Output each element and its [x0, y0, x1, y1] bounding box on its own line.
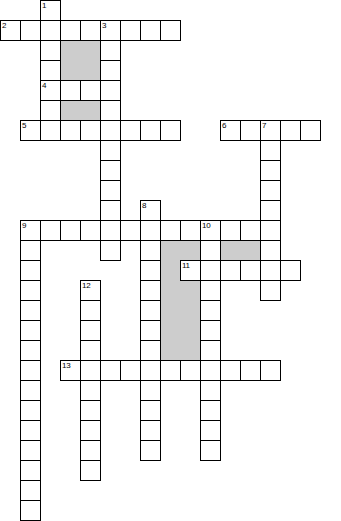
cell-r18-c13[interactable]	[260, 360, 281, 381]
cell-r4-c4[interactable]	[80, 80, 101, 101]
cell-r4-c2[interactable]: 4	[40, 80, 61, 101]
cell-r11-c8[interactable]	[160, 220, 181, 241]
cell-r1-c2[interactable]	[40, 20, 61, 41]
cell-r6-c7[interactable]	[140, 120, 161, 141]
cell-r21-c4[interactable]	[80, 420, 101, 441]
blocked-cell-r5-c3	[60, 100, 81, 121]
cell-r16-c1[interactable]	[20, 320, 41, 341]
cell-r9-c5[interactable]	[100, 180, 121, 201]
cell-r1-c5[interactable]: 3	[100, 20, 121, 41]
cell-r14-c10[interactable]	[200, 280, 221, 301]
cell-r13-c7[interactable]	[140, 260, 161, 281]
blocked-cell-r3-c3	[60, 60, 81, 81]
cell-r6-c3[interactable]	[60, 120, 81, 141]
cell-r6-c11[interactable]: 6	[220, 120, 241, 141]
cell-r1-c3[interactable]	[60, 20, 81, 41]
cell-r22-c4[interactable]	[80, 440, 101, 461]
cell-r6-c14[interactable]	[280, 120, 301, 141]
cell-r18-c3[interactable]: 13	[60, 360, 81, 381]
cell-r1-c1[interactable]	[20, 20, 41, 41]
blocked-cell-r15-c9	[180, 300, 201, 321]
cell-r15-c10[interactable]	[200, 300, 221, 321]
clue-number-12: 12	[82, 281, 90, 290]
blocked-cell-r5-c4	[80, 100, 101, 121]
blocked-cell-r14-c8	[160, 280, 181, 301]
blocked-cell-r14-c9	[180, 280, 201, 301]
cell-r14-c13[interactable]	[260, 280, 281, 301]
blocked-cell-r15-c8	[160, 300, 181, 321]
cell-r12-c7[interactable]	[140, 240, 161, 261]
cell-r16-c7[interactable]	[140, 320, 161, 341]
cell-r11-c6[interactable]	[120, 220, 141, 241]
cell-r18-c12[interactable]	[240, 360, 261, 381]
cell-r14-c4[interactable]: 12	[80, 280, 101, 301]
cell-r20-c10[interactable]	[200, 400, 221, 421]
clue-number-8: 8	[142, 201, 146, 210]
cell-r24-c1[interactable]	[20, 480, 41, 501]
clue-number-13: 13	[62, 361, 70, 370]
cell-r20-c1[interactable]	[20, 400, 41, 421]
cell-r4-c5[interactable]	[100, 80, 121, 101]
cell-r19-c4[interactable]	[80, 380, 101, 401]
cell-r3-c5[interactable]	[100, 60, 121, 81]
cell-r6-c15[interactable]	[300, 120, 321, 141]
cell-r16-c10[interactable]	[200, 320, 221, 341]
cell-r6-c13[interactable]: 7	[260, 120, 281, 141]
cell-r15-c4[interactable]	[80, 300, 101, 321]
cell-r6-c12[interactable]	[240, 120, 261, 141]
cell-r11-c7[interactable]	[140, 220, 161, 241]
cell-r13-c13[interactable]	[260, 260, 281, 281]
cell-r6-c2[interactable]	[40, 120, 61, 141]
blocked-cell-r12-c8	[160, 240, 181, 261]
cell-r2-c5[interactable]	[100, 40, 121, 61]
cell-r11-c5[interactable]	[100, 220, 121, 241]
clue-number-10: 10	[202, 221, 210, 230]
cell-r18-c11[interactable]	[220, 360, 241, 381]
clue-number-11: 11	[182, 261, 190, 270]
cell-r25-c1[interactable]	[20, 500, 41, 521]
cell-r10-c5[interactable]	[100, 200, 121, 221]
cell-r21-c7[interactable]	[140, 420, 161, 441]
cell-r12-c1[interactable]	[20, 240, 41, 261]
cell-r17-c4[interactable]	[80, 340, 101, 361]
cell-r22-c10[interactable]	[200, 440, 221, 461]
cell-r22-c1[interactable]	[20, 440, 41, 461]
blocked-cell-r12-c11	[220, 240, 241, 261]
blocked-cell-r2-c3	[60, 40, 81, 61]
cell-r20-c7[interactable]	[140, 400, 161, 421]
cell-r23-c1[interactable]	[20, 460, 41, 481]
cell-r21-c1[interactable]	[20, 420, 41, 441]
crossword-board: 12345678910111213	[0, 0, 341, 521]
cell-r11-c11[interactable]	[220, 220, 241, 241]
cell-r13-c1[interactable]	[20, 260, 41, 281]
clue-number-4: 4	[42, 81, 46, 90]
cell-r15-c7[interactable]	[140, 300, 161, 321]
cell-r1-c6[interactable]	[120, 20, 141, 41]
blocked-cell-r2-c4	[80, 40, 101, 61]
blocked-cell-r16-c9	[180, 320, 201, 341]
cell-r18-c10[interactable]	[200, 360, 221, 381]
cell-r17-c10[interactable]	[200, 340, 221, 361]
cell-r1-c8[interactable]	[160, 20, 181, 41]
cell-r0-c2[interactable]: 1	[40, 0, 61, 21]
cell-r10-c7[interactable]: 8	[140, 200, 161, 221]
blocked-cell-r3-c4	[80, 60, 101, 81]
cell-r12-c13[interactable]	[260, 240, 281, 261]
clue-number-6: 6	[222, 121, 226, 130]
cell-r8-c13[interactable]	[260, 160, 281, 181]
cell-r11-c3[interactable]	[60, 220, 81, 241]
cell-r11-c12[interactable]	[240, 220, 261, 241]
cell-r18-c8[interactable]	[160, 360, 181, 381]
cell-r1-c7[interactable]	[140, 20, 161, 41]
cell-r12-c10[interactable]	[200, 240, 221, 261]
cell-r18-c7[interactable]	[140, 360, 161, 381]
cell-r21-c10[interactable]	[200, 420, 221, 441]
cell-r13-c9[interactable]: 11	[180, 260, 201, 281]
clue-number-3: 3	[102, 21, 106, 30]
cell-r13-c10[interactable]	[200, 260, 221, 281]
cell-r1-c4[interactable]	[80, 20, 101, 41]
cell-r3-c2[interactable]	[40, 60, 61, 81]
cell-r23-c4[interactable]	[80, 460, 101, 481]
cell-r7-c5[interactable]	[100, 140, 121, 161]
cell-r20-c4[interactable]	[80, 400, 101, 421]
clue-number-2: 2	[2, 21, 6, 30]
cell-r13-c14[interactable]	[280, 260, 301, 281]
cell-r5-c5[interactable]	[100, 100, 121, 121]
cell-r17-c7[interactable]	[140, 340, 161, 361]
cell-r11-c9[interactable]	[180, 220, 201, 241]
cell-r13-c12[interactable]	[240, 260, 261, 281]
cell-r19-c1[interactable]	[20, 380, 41, 401]
blocked-cell-r16-c8	[160, 320, 181, 341]
cell-r10-c13[interactable]	[260, 200, 281, 221]
blocked-cell-r17-c9	[180, 340, 201, 361]
cell-r2-c2[interactable]	[40, 40, 61, 61]
cell-r12-c5[interactable]	[100, 240, 121, 261]
clue-number-7: 7	[262, 121, 266, 130]
cell-r5-c2[interactable]	[40, 100, 61, 121]
cell-r11-c1[interactable]: 9	[20, 220, 41, 241]
blocked-cell-r13-c8	[160, 260, 181, 281]
cell-r11-c13[interactable]	[260, 220, 281, 241]
cell-r4-c3[interactable]	[60, 80, 81, 101]
cell-r19-c10[interactable]	[200, 380, 221, 401]
cell-r8-c5[interactable]	[100, 160, 121, 181]
cell-r22-c7[interactable]	[140, 440, 161, 461]
blocked-cell-r12-c9	[180, 240, 201, 261]
cell-r18-c4[interactable]	[80, 360, 101, 381]
cell-r6-c8[interactable]	[160, 120, 181, 141]
cell-r1-c0[interactable]: 2	[0, 20, 21, 41]
cell-r18-c1[interactable]	[20, 360, 41, 381]
cell-r11-c2[interactable]	[40, 220, 61, 241]
blocked-cell-r12-c12	[240, 240, 261, 261]
cell-r6-c1[interactable]: 5	[20, 120, 41, 141]
clue-number-5: 5	[22, 121, 26, 130]
cell-r11-c4[interactable]	[80, 220, 101, 241]
cell-r14-c1[interactable]	[20, 280, 41, 301]
cell-r18-c6[interactable]	[120, 360, 141, 381]
cell-r6-c4[interactable]	[80, 120, 101, 141]
cell-r14-c7[interactable]	[140, 280, 161, 301]
cell-r18-c9[interactable]	[180, 360, 201, 381]
cell-r13-c11[interactable]	[220, 260, 241, 281]
clue-number-1: 1	[42, 1, 46, 10]
cell-r16-c4[interactable]	[80, 320, 101, 341]
blocked-cell-r17-c8	[160, 340, 181, 361]
cell-r15-c1[interactable]	[20, 300, 41, 321]
cell-r17-c1[interactable]	[20, 340, 41, 361]
cell-r9-c13[interactable]	[260, 180, 281, 201]
cell-r11-c10[interactable]: 10	[200, 220, 221, 241]
cell-r7-c13[interactable]	[260, 140, 281, 161]
cell-r6-c6[interactable]	[120, 120, 141, 141]
cell-r6-c5[interactable]	[100, 120, 121, 141]
cell-r18-c5[interactable]	[100, 360, 121, 381]
cell-r19-c7[interactable]	[140, 380, 161, 401]
clue-number-9: 9	[22, 221, 26, 230]
